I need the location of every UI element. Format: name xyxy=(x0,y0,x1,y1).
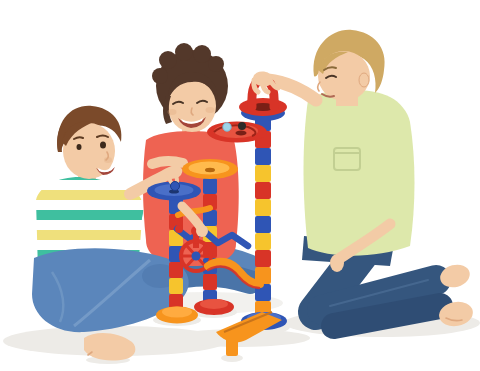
boy-right-hand-hip xyxy=(330,254,344,272)
column-tall-segment-8 xyxy=(255,250,271,267)
boy-left-shirt-stripes-segment-3 xyxy=(30,200,148,210)
column-tall-segment-3 xyxy=(255,165,271,182)
column-tall-segment-5 xyxy=(255,199,271,216)
base-orange xyxy=(156,307,198,324)
photo-canvas xyxy=(0,0,480,371)
column-left-segment-4 xyxy=(169,262,183,278)
photo xyxy=(0,0,480,371)
column-middle-segment-0 xyxy=(203,178,217,194)
boy-left-eye-left xyxy=(77,144,82,150)
boy-left-shirt-stripes-segment-6 xyxy=(30,230,148,240)
spiral-dish xyxy=(207,122,267,143)
girl-shirt xyxy=(143,131,239,266)
boy-left-shirt-stripes-segment-4 xyxy=(30,210,148,220)
column-tall-segment-4 xyxy=(255,182,271,199)
marble-black xyxy=(238,122,246,130)
column-tall-segment-6 xyxy=(255,216,271,233)
boy-right-shirt xyxy=(304,90,415,256)
boy-left-shirt-stripes-segment-5 xyxy=(30,220,148,230)
column-tall-segment-7 xyxy=(255,233,271,250)
marble-lightblue xyxy=(223,123,231,131)
boy-left-eye-right xyxy=(100,142,106,149)
boy-right-ear xyxy=(359,73,369,87)
base-red xyxy=(194,299,234,315)
column-tall-segment-2 xyxy=(255,148,271,165)
girl-hand-on-knob xyxy=(196,225,208,237)
dish-orange xyxy=(182,159,238,179)
column-left-segment-5 xyxy=(169,278,183,294)
marble-blue xyxy=(171,182,180,191)
column-middle-segment-6 xyxy=(203,274,217,290)
girl-arm-right xyxy=(152,161,183,164)
